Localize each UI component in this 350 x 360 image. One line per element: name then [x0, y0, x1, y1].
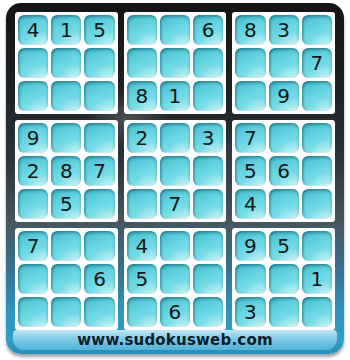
cell-r6c8-empty[interactable]: [269, 189, 299, 219]
cell-r8c3-given-6[interactable]: 6: [84, 264, 114, 294]
cell-r3c6-empty[interactable]: [193, 81, 223, 111]
cell-r3c9-empty[interactable]: [302, 81, 332, 111]
cell-r3c7-empty[interactable]: [235, 81, 265, 111]
cell-r9c7-given-3[interactable]: 3: [235, 297, 265, 327]
cell-r8c6-empty[interactable]: [193, 264, 223, 294]
cell-r2c5-empty[interactable]: [160, 48, 190, 78]
cell-r8c1-empty[interactable]: [18, 264, 48, 294]
box-r1c1: 415: [15, 12, 118, 114]
cell-r4c9-empty[interactable]: [302, 123, 332, 153]
cell-r6c1-empty[interactable]: [18, 189, 48, 219]
cell-r9c6-empty[interactable]: [193, 297, 223, 327]
cell-r1c3-given-5[interactable]: 5: [84, 15, 114, 45]
box-r3c3: 9513: [232, 228, 335, 330]
cell-r3c4-given-8[interactable]: 8: [127, 81, 157, 111]
cell-r5c4-empty[interactable]: [127, 156, 157, 186]
cell-r2c3-empty[interactable]: [84, 48, 114, 78]
cell-r1c8-given-3[interactable]: 3: [269, 15, 299, 45]
cell-r5c3-given-7[interactable]: 7: [84, 156, 114, 186]
cell-r4c2-empty[interactable]: [51, 123, 81, 153]
cell-r2c4-empty[interactable]: [127, 48, 157, 78]
sudoku-board: 4156818379928752377564764569513 www.sudo…: [6, 3, 344, 354]
box-r1c2: 681: [124, 12, 227, 114]
box-r1c3: 8379: [232, 12, 335, 114]
cell-r4c8-empty[interactable]: [269, 123, 299, 153]
cell-r8c7-empty[interactable]: [235, 264, 265, 294]
cell-r6c3-empty[interactable]: [84, 189, 114, 219]
cell-r1c1-given-4[interactable]: 4: [18, 15, 48, 45]
cell-r8c9-given-1[interactable]: 1: [302, 264, 332, 294]
cell-r8c5-empty[interactable]: [160, 264, 190, 294]
cell-r6c6-empty[interactable]: [193, 189, 223, 219]
cell-r4c7-given-7[interactable]: 7: [235, 123, 265, 153]
cell-r4c5-empty[interactable]: [160, 123, 190, 153]
cell-r3c2-empty[interactable]: [51, 81, 81, 111]
cell-r1c7-given-8[interactable]: 8: [235, 15, 265, 45]
cell-r7c8-given-5[interactable]: 5: [269, 231, 299, 261]
box-r3c2: 456: [124, 228, 227, 330]
cell-r9c4-empty[interactable]: [127, 297, 157, 327]
cell-r7c4-given-4[interactable]: 4: [127, 231, 157, 261]
cell-r1c4-empty[interactable]: [127, 15, 157, 45]
cell-r5c1-given-2[interactable]: 2: [18, 156, 48, 186]
sudoku-grid: 4156818379928752377564764569513: [15, 12, 335, 330]
cell-r2c2-empty[interactable]: [51, 48, 81, 78]
box-r2c3: 7564: [232, 120, 335, 222]
cell-r5c9-empty[interactable]: [302, 156, 332, 186]
page: 4156818379928752377564764569513 www.sudo…: [0, 0, 350, 360]
cell-r8c4-given-5[interactable]: 5: [127, 264, 157, 294]
cell-r5c2-given-8[interactable]: 8: [51, 156, 81, 186]
cell-r7c2-empty[interactable]: [51, 231, 81, 261]
cell-r5c5-empty[interactable]: [160, 156, 190, 186]
cell-r9c2-empty[interactable]: [51, 297, 81, 327]
cell-r8c8-empty[interactable]: [269, 264, 299, 294]
cell-r1c2-given-1[interactable]: 1: [51, 15, 81, 45]
cell-r5c6-empty[interactable]: [193, 156, 223, 186]
cell-r2c9-given-7[interactable]: 7: [302, 48, 332, 78]
cell-r7c6-empty[interactable]: [193, 231, 223, 261]
cell-r1c9-empty[interactable]: [302, 15, 332, 45]
cell-r1c6-given-6[interactable]: 6: [193, 15, 223, 45]
cell-r7c3-empty[interactable]: [84, 231, 114, 261]
cell-r6c5-given-7[interactable]: 7: [160, 189, 190, 219]
cell-r2c6-empty[interactable]: [193, 48, 223, 78]
cell-r6c9-empty[interactable]: [302, 189, 332, 219]
cell-r7c7-given-9[interactable]: 9: [235, 231, 265, 261]
cell-r5c7-given-5[interactable]: 5: [235, 156, 265, 186]
site-url-label: www.sudokusweb.com: [13, 330, 337, 350]
cell-r8c2-empty[interactable]: [51, 264, 81, 294]
cell-r1c5-empty[interactable]: [160, 15, 190, 45]
cell-r9c3-empty[interactable]: [84, 297, 114, 327]
cell-r4c1-given-9[interactable]: 9: [18, 123, 48, 153]
cell-r3c3-empty[interactable]: [84, 81, 114, 111]
cell-r7c9-empty[interactable]: [302, 231, 332, 261]
box-r2c1: 92875: [15, 120, 118, 222]
cell-r9c9-empty[interactable]: [302, 297, 332, 327]
cell-r4c3-empty[interactable]: [84, 123, 114, 153]
cell-r4c4-given-2[interactable]: 2: [127, 123, 157, 153]
cell-r6c4-empty[interactable]: [127, 189, 157, 219]
cell-r6c7-given-4[interactable]: 4: [235, 189, 265, 219]
cell-r3c1-empty[interactable]: [18, 81, 48, 111]
cell-r3c5-given-1[interactable]: 1: [160, 81, 190, 111]
cell-r4c6-given-3[interactable]: 3: [193, 123, 223, 153]
cell-r6c2-given-5[interactable]: 5: [51, 189, 81, 219]
cell-r9c1-empty[interactable]: [18, 297, 48, 327]
box-r2c2: 237: [124, 120, 227, 222]
box-r3c1: 76: [15, 228, 118, 330]
cell-r5c8-given-6[interactable]: 6: [269, 156, 299, 186]
cell-r9c8-empty[interactable]: [269, 297, 299, 327]
cell-r2c8-empty[interactable]: [269, 48, 299, 78]
cell-r2c1-empty[interactable]: [18, 48, 48, 78]
cell-r3c8-given-9[interactable]: 9: [269, 81, 299, 111]
cell-r2c7-empty[interactable]: [235, 48, 265, 78]
cell-r7c1-given-7[interactable]: 7: [18, 231, 48, 261]
cell-r7c5-empty[interactable]: [160, 231, 190, 261]
cell-r9c5-given-6[interactable]: 6: [160, 297, 190, 327]
